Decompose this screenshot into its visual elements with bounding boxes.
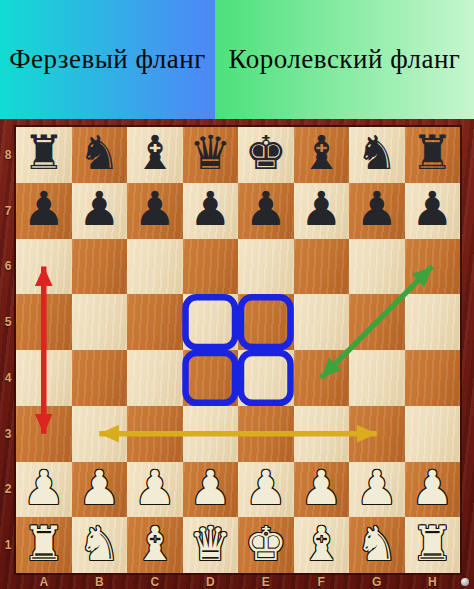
- white-pawn-h2: ♟: [411, 464, 453, 511]
- rank-label-4: 4: [0, 350, 16, 406]
- square-b6[interactable]: [72, 239, 128, 295]
- square-g7[interactable]: ♟: [349, 183, 405, 239]
- square-g6[interactable]: [349, 239, 405, 295]
- black-knight-g8: ♞: [356, 129, 398, 176]
- square-c2[interactable]: ♟: [127, 462, 183, 518]
- square-h1[interactable]: ♜: [405, 517, 461, 573]
- file-label-g: G: [349, 575, 405, 589]
- square-e6[interactable]: [238, 239, 294, 295]
- white-rook-a1: ♜: [23, 520, 65, 567]
- square-a1[interactable]: ♜: [16, 517, 72, 573]
- white-pawn-c2: ♟: [134, 464, 176, 511]
- white-pawn-d2: ♟: [189, 464, 231, 511]
- black-pawn-e7: ♟: [245, 185, 287, 232]
- square-d1[interactable]: ♛: [183, 517, 239, 573]
- square-e4[interactable]: [238, 350, 294, 406]
- white-pawn-g2: ♟: [356, 464, 398, 511]
- square-f2[interactable]: ♟: [294, 462, 350, 518]
- black-bishop-c8: ♝: [134, 129, 176, 176]
- square-c5[interactable]: [127, 294, 183, 350]
- white-knight-b1: ♞: [78, 520, 120, 567]
- white-bishop-f1: ♝: [300, 520, 342, 567]
- square-a2[interactable]: ♟: [16, 462, 72, 518]
- square-a8[interactable]: ♜: [16, 127, 72, 183]
- square-h7[interactable]: ♟: [405, 183, 461, 239]
- rank-label-6: 6: [0, 239, 16, 295]
- chess-lesson-slide: Ферзевый фланг Королевский фланг ♜♞♝♛♚♝♞…: [0, 0, 474, 589]
- square-d4[interactable]: [183, 350, 239, 406]
- black-pawn-h7: ♟: [411, 185, 453, 232]
- white-pawn-b2: ♟: [78, 464, 120, 511]
- black-king-e8: ♚: [245, 129, 287, 176]
- file-label-e: E: [238, 575, 294, 589]
- square-h3[interactable]: [405, 406, 461, 462]
- square-f3[interactable]: [294, 406, 350, 462]
- header: Ферзевый фланг Королевский фланг: [0, 0, 474, 119]
- file-label-d: D: [183, 575, 239, 589]
- file-label-c: C: [127, 575, 183, 589]
- corner-pin-decoration: [461, 578, 469, 586]
- square-b3[interactable]: [72, 406, 128, 462]
- rank-label-2: 2: [0, 462, 16, 518]
- square-f1[interactable]: ♝: [294, 517, 350, 573]
- square-g2[interactable]: ♟: [349, 462, 405, 518]
- kingside-flank-label: Королевский фланг: [229, 44, 461, 75]
- square-e7[interactable]: ♟: [238, 183, 294, 239]
- square-f4[interactable]: [294, 350, 350, 406]
- square-b5[interactable]: [72, 294, 128, 350]
- rank-label-1: 1: [0, 517, 16, 573]
- rank-label-3: 3: [0, 406, 16, 462]
- square-a7[interactable]: ♟: [16, 183, 72, 239]
- white-pawn-f2: ♟: [300, 464, 342, 511]
- square-d2[interactable]: ♟: [183, 462, 239, 518]
- square-a6[interactable]: [16, 239, 72, 295]
- square-d3[interactable]: [183, 406, 239, 462]
- chess-board: ♜♞♝♛♚♝♞♜♟♟♟♟♟♟♟♟♟♟♟♟♟♟♟♟♜♞♝♛♚♝♞♜: [16, 127, 460, 573]
- kingside-flank-panel: Королевский фланг: [215, 0, 474, 119]
- square-b1[interactable]: ♞: [72, 517, 128, 573]
- chess-board-frame: ♜♞♝♛♚♝♞♜♟♟♟♟♟♟♟♟♟♟♟♟♟♟♟♟♜♞♝♛♚♝♞♜ 8765432…: [0, 119, 474, 589]
- black-bishop-f8: ♝: [300, 129, 342, 176]
- black-rook-h8: ♜: [411, 129, 453, 176]
- square-e8[interactable]: ♚: [238, 127, 294, 183]
- square-a5[interactable]: [16, 294, 72, 350]
- rank-label-7: 7: [0, 183, 16, 239]
- black-pawn-g7: ♟: [356, 185, 398, 232]
- white-pawn-e2: ♟: [245, 464, 287, 511]
- square-b4[interactable]: [72, 350, 128, 406]
- white-king-e1: ♚: [245, 520, 287, 567]
- black-pawn-d7: ♟: [189, 185, 231, 232]
- square-c4[interactable]: [127, 350, 183, 406]
- square-c3[interactable]: [127, 406, 183, 462]
- black-pawn-b7: ♟: [78, 185, 120, 232]
- square-c6[interactable]: [127, 239, 183, 295]
- square-d7[interactable]: ♟: [183, 183, 239, 239]
- square-g5[interactable]: [349, 294, 405, 350]
- square-e1[interactable]: ♚: [238, 517, 294, 573]
- square-d6[interactable]: [183, 239, 239, 295]
- square-e2[interactable]: ♟: [238, 462, 294, 518]
- black-pawn-a7: ♟: [23, 185, 65, 232]
- black-pawn-c7: ♟: [134, 185, 176, 232]
- square-d8[interactable]: ♛: [183, 127, 239, 183]
- black-knight-b8: ♞: [78, 129, 120, 176]
- square-b2[interactable]: ♟: [72, 462, 128, 518]
- square-e3[interactable]: [238, 406, 294, 462]
- square-f5[interactable]: [294, 294, 350, 350]
- square-h6[interactable]: [405, 239, 461, 295]
- square-h8[interactable]: ♜: [405, 127, 461, 183]
- square-a4[interactable]: [16, 350, 72, 406]
- square-c7[interactable]: ♟: [127, 183, 183, 239]
- square-h2[interactable]: ♟: [405, 462, 461, 518]
- file-label-h: H: [405, 575, 461, 589]
- black-queen-d8: ♛: [189, 129, 231, 176]
- square-a3[interactable]: [16, 406, 72, 462]
- square-h5[interactable]: [405, 294, 461, 350]
- white-knight-g1: ♞: [356, 520, 398, 567]
- black-pawn-f7: ♟: [300, 185, 342, 232]
- square-e5[interactable]: [238, 294, 294, 350]
- square-f7[interactable]: ♟: [294, 183, 350, 239]
- square-g1[interactable]: ♞: [349, 517, 405, 573]
- rank-label-8: 8: [0, 127, 16, 183]
- square-g3[interactable]: [349, 406, 405, 462]
- square-b7[interactable]: ♟: [72, 183, 128, 239]
- white-rook-h1: ♜: [411, 520, 453, 567]
- file-label-f: F: [294, 575, 350, 589]
- white-pawn-a2: ♟: [23, 464, 65, 511]
- square-f6[interactable]: [294, 239, 350, 295]
- rank-label-5: 5: [0, 294, 16, 350]
- queenside-flank-label: Ферзевый фланг: [9, 44, 206, 75]
- square-f8[interactable]: ♝: [294, 127, 350, 183]
- queenside-flank-panel: Ферзевый фланг: [0, 0, 215, 119]
- square-c1[interactable]: ♝: [127, 517, 183, 573]
- file-label-b: B: [72, 575, 128, 589]
- white-queen-d1: ♛: [189, 520, 231, 567]
- square-c8[interactable]: ♝: [127, 127, 183, 183]
- square-g4[interactable]: [349, 350, 405, 406]
- file-label-a: A: [16, 575, 72, 589]
- white-bishop-c1: ♝: [134, 520, 176, 567]
- square-b8[interactable]: ♞: [72, 127, 128, 183]
- black-rook-a8: ♜: [23, 129, 65, 176]
- square-h4[interactable]: [405, 350, 461, 406]
- square-g8[interactable]: ♞: [349, 127, 405, 183]
- square-d5[interactable]: [183, 294, 239, 350]
